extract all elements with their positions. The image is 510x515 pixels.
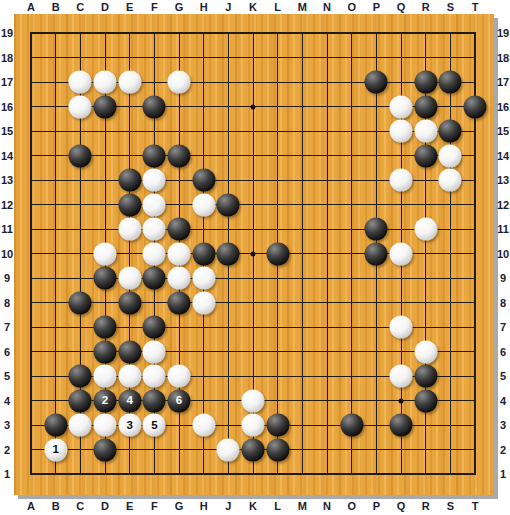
black-stone-P10 — [365, 242, 388, 265]
coordinate-label-right-10: 10 — [497, 248, 509, 259]
go-diagram-page: { "game": "go", "board": { "size": 19, "… — [0, 0, 510, 515]
black-stone-K2 — [242, 438, 265, 461]
star-point-Q4 — [399, 398, 404, 403]
white-stone-D10 — [94, 242, 117, 265]
move-number-label: 2 — [102, 395, 108, 407]
white-stone-F6 — [143, 340, 166, 363]
coordinate-label-bottom-B: B — [52, 501, 60, 512]
move-number-label: 4 — [126, 395, 132, 407]
coordinate-label-top-C: C — [76, 2, 84, 13]
coordinate-label-right-16: 16 — [497, 101, 509, 112]
white-stone-E17 — [118, 71, 141, 94]
black-stone-E13 — [118, 169, 141, 192]
white-stone-G5 — [168, 365, 191, 388]
coordinate-label-right-19: 19 — [497, 28, 509, 39]
coordinate-label-left-15: 15 — [1, 126, 13, 137]
black-stone-S15 — [439, 120, 462, 143]
black-stone-D7 — [94, 316, 117, 339]
black-stone-F9 — [143, 267, 166, 290]
coordinate-label-bottom-K: K — [249, 501, 257, 512]
white-stone-F11 — [143, 218, 166, 241]
coordinate-label-right-8: 8 — [500, 297, 506, 308]
white-stone-Q13 — [390, 169, 413, 192]
coordinate-label-left-19: 19 — [1, 28, 13, 39]
white-stone-F5 — [143, 365, 166, 388]
white-stone-R6 — [414, 340, 437, 363]
black-stone-C14 — [69, 144, 92, 167]
coordinate-label-right-18: 18 — [497, 52, 509, 63]
black-stone-F16 — [143, 95, 166, 118]
black-stone-D16 — [94, 95, 117, 118]
coordinate-label-bottom-S: S — [447, 501, 454, 512]
black-stone-E4: 4 — [118, 389, 141, 412]
coordinate-label-left-1: 1 — [4, 469, 10, 480]
move-number-label: 5 — [151, 419, 157, 431]
white-stone-H8 — [192, 291, 215, 314]
white-stone-K3 — [242, 414, 265, 437]
black-stone-F14 — [143, 144, 166, 167]
black-stone-B3 — [44, 414, 67, 437]
white-stone-H3 — [192, 414, 215, 437]
white-stone-Q16 — [390, 95, 413, 118]
black-stone-D4: 2 — [94, 389, 117, 412]
coordinate-label-bottom-O: O — [347, 501, 356, 512]
white-stone-B2: 1 — [44, 438, 67, 461]
coordinate-label-top-G: G — [175, 2, 184, 13]
grid-line-horizontal — [30, 302, 476, 303]
coordinate-label-top-F: F — [151, 2, 158, 13]
coordinate-label-right-5: 5 — [500, 371, 506, 382]
black-stone-G8 — [168, 291, 191, 314]
black-stone-J12 — [217, 193, 240, 216]
grid-line-vertical — [450, 32, 451, 475]
coordinate-label-bottom-D: D — [101, 501, 109, 512]
coordinate-label-left-7: 7 — [4, 322, 10, 333]
coordinate-label-right-6: 6 — [500, 346, 506, 357]
black-stone-R16 — [414, 95, 437, 118]
white-stone-R11 — [414, 218, 437, 241]
coordinate-label-top-M: M — [298, 2, 307, 13]
coordinate-label-left-12: 12 — [1, 199, 13, 210]
grid-line-vertical — [327, 32, 328, 475]
black-stone-T16 — [464, 95, 487, 118]
coordinate-label-bottom-N: N — [323, 501, 331, 512]
coordinate-label-bottom-T: T — [472, 501, 479, 512]
black-stone-D2 — [94, 438, 117, 461]
grid-line-vertical — [351, 32, 352, 475]
white-stone-H12 — [192, 193, 215, 216]
coordinate-label-bottom-H: H — [200, 501, 208, 512]
white-stone-E5 — [118, 365, 141, 388]
coordinate-label-right-7: 7 — [500, 322, 506, 333]
coordinate-label-left-2: 2 — [4, 444, 10, 455]
coordinate-label-right-3: 3 — [500, 420, 506, 431]
coordinate-label-bottom-L: L — [274, 501, 281, 512]
white-stone-D3 — [94, 414, 117, 437]
coordinate-label-bottom-G: G — [175, 501, 184, 512]
white-stone-Q5 — [390, 365, 413, 388]
coordinate-label-top-B: B — [52, 2, 60, 13]
black-stone-D6 — [94, 340, 117, 363]
coordinate-label-right-12: 12 — [497, 199, 509, 210]
coordinate-label-top-L: L — [274, 2, 281, 13]
black-stone-J10 — [217, 242, 240, 265]
coordinate-label-right-4: 4 — [500, 395, 506, 406]
coordinate-label-bottom-R: R — [422, 501, 430, 512]
grid-line-vertical — [302, 32, 303, 475]
coordinate-label-left-4: 4 — [4, 395, 10, 406]
black-stone-Q3 — [390, 414, 413, 437]
black-stone-H10 — [192, 242, 215, 265]
coordinate-label-top-T: T — [472, 2, 479, 13]
move-number-label: 1 — [52, 444, 58, 456]
black-stone-P17 — [365, 71, 388, 94]
grid-line-horizontal — [30, 473, 476, 475]
black-stone-S17 — [439, 71, 462, 94]
white-stone-S13 — [439, 169, 462, 192]
coordinate-label-top-D: D — [101, 2, 109, 13]
white-stone-G10 — [168, 242, 191, 265]
coordinate-label-left-9: 9 — [4, 273, 10, 284]
black-stone-P11 — [365, 218, 388, 241]
coordinate-label-bottom-C: C — [76, 501, 84, 512]
black-stone-C4 — [69, 389, 92, 412]
black-stone-R4 — [414, 389, 437, 412]
coordinate-label-bottom-F: F — [151, 501, 158, 512]
coordinate-label-bottom-E: E — [126, 501, 133, 512]
white-stone-R15 — [414, 120, 437, 143]
white-stone-D5 — [94, 365, 117, 388]
black-stone-F4 — [143, 389, 166, 412]
white-stone-F12 — [143, 193, 166, 216]
white-stone-H9 — [192, 267, 215, 290]
white-stone-D17 — [94, 71, 117, 94]
coordinate-label-right-9: 9 — [500, 273, 506, 284]
coordinate-label-left-16: 16 — [1, 101, 13, 112]
black-stone-R14 — [414, 144, 437, 167]
coordinate-label-top-Q: Q — [397, 2, 406, 13]
black-stone-R5 — [414, 365, 437, 388]
coordinate-label-right-1: 1 — [500, 469, 506, 480]
black-stone-R17 — [414, 71, 437, 94]
coordinate-label-left-13: 13 — [1, 175, 13, 186]
black-stone-G4: 6 — [168, 389, 191, 412]
coordinate-label-right-13: 13 — [497, 175, 509, 186]
coordinate-label-bottom-Q: Q — [397, 501, 406, 512]
coordinate-label-right-2: 2 — [500, 444, 506, 455]
star-point-K10 — [251, 251, 256, 256]
coordinate-label-left-8: 8 — [4, 297, 10, 308]
coordinate-label-left-18: 18 — [1, 52, 13, 63]
black-stone-G11 — [168, 218, 191, 241]
coordinate-label-left-5: 5 — [4, 371, 10, 382]
black-stone-G14 — [168, 144, 191, 167]
coordinate-label-top-P: P — [373, 2, 380, 13]
white-stone-Q10 — [390, 242, 413, 265]
coordinate-label-top-S: S — [447, 2, 454, 13]
coordinate-label-left-6: 6 — [4, 346, 10, 357]
white-stone-Q15 — [390, 120, 413, 143]
white-stone-Q7 — [390, 316, 413, 339]
move-number-label: 3 — [126, 419, 132, 431]
coordinate-label-top-H: H — [200, 2, 208, 13]
white-stone-G9 — [168, 267, 191, 290]
move-number-label: 6 — [176, 395, 182, 407]
coordinate-label-bottom-A: A — [27, 501, 35, 512]
coordinate-label-left-10: 10 — [1, 248, 13, 259]
white-stone-G17 — [168, 71, 191, 94]
white-stone-S14 — [439, 144, 462, 167]
coordinate-label-left-17: 17 — [1, 77, 13, 88]
coordinate-label-top-J: J — [225, 2, 231, 13]
coordinate-label-left-14: 14 — [1, 150, 13, 161]
black-stone-E6 — [118, 340, 141, 363]
coordinate-label-left-3: 3 — [4, 420, 10, 431]
coordinate-label-top-E: E — [126, 2, 133, 13]
black-stone-F7 — [143, 316, 166, 339]
black-stone-C8 — [69, 291, 92, 314]
coordinate-label-bottom-M: M — [298, 501, 307, 512]
black-stone-L10 — [266, 242, 289, 265]
white-stone-C17 — [69, 71, 92, 94]
coordinate-label-right-15: 15 — [497, 126, 509, 137]
black-stone-E8 — [118, 291, 141, 314]
black-stone-H13 — [192, 169, 215, 192]
black-stone-C5 — [69, 365, 92, 388]
white-stone-E3: 3 — [118, 414, 141, 437]
white-stone-F3: 5 — [143, 414, 166, 437]
coordinate-label-top-O: O — [347, 2, 356, 13]
white-stone-F13 — [143, 169, 166, 192]
white-stone-E9 — [118, 267, 141, 290]
coordinate-label-right-17: 17 — [497, 77, 509, 88]
white-stone-C16 — [69, 95, 92, 118]
black-stone-E12 — [118, 193, 141, 216]
black-stone-D9 — [94, 267, 117, 290]
white-stone-K4 — [242, 389, 265, 412]
coordinate-label-right-14: 14 — [497, 150, 509, 161]
coordinate-label-bottom-P: P — [373, 501, 380, 512]
coordinate-label-right-11: 11 — [497, 224, 509, 235]
coordinate-label-top-R: R — [422, 2, 430, 13]
coordinate-label-bottom-J: J — [225, 501, 231, 512]
black-stone-L2 — [266, 438, 289, 461]
coordinate-label-top-A: A — [27, 2, 35, 13]
white-stone-J2 — [217, 438, 240, 461]
white-stone-F10 — [143, 242, 166, 265]
coordinate-label-top-K: K — [249, 2, 257, 13]
star-point-K16 — [251, 104, 256, 109]
coordinate-label-top-N: N — [323, 2, 331, 13]
black-stone-O3 — [340, 414, 363, 437]
white-stone-C3 — [69, 414, 92, 437]
coordinate-label-left-11: 11 — [1, 224, 13, 235]
black-stone-L3 — [266, 414, 289, 437]
white-stone-E11 — [118, 218, 141, 241]
